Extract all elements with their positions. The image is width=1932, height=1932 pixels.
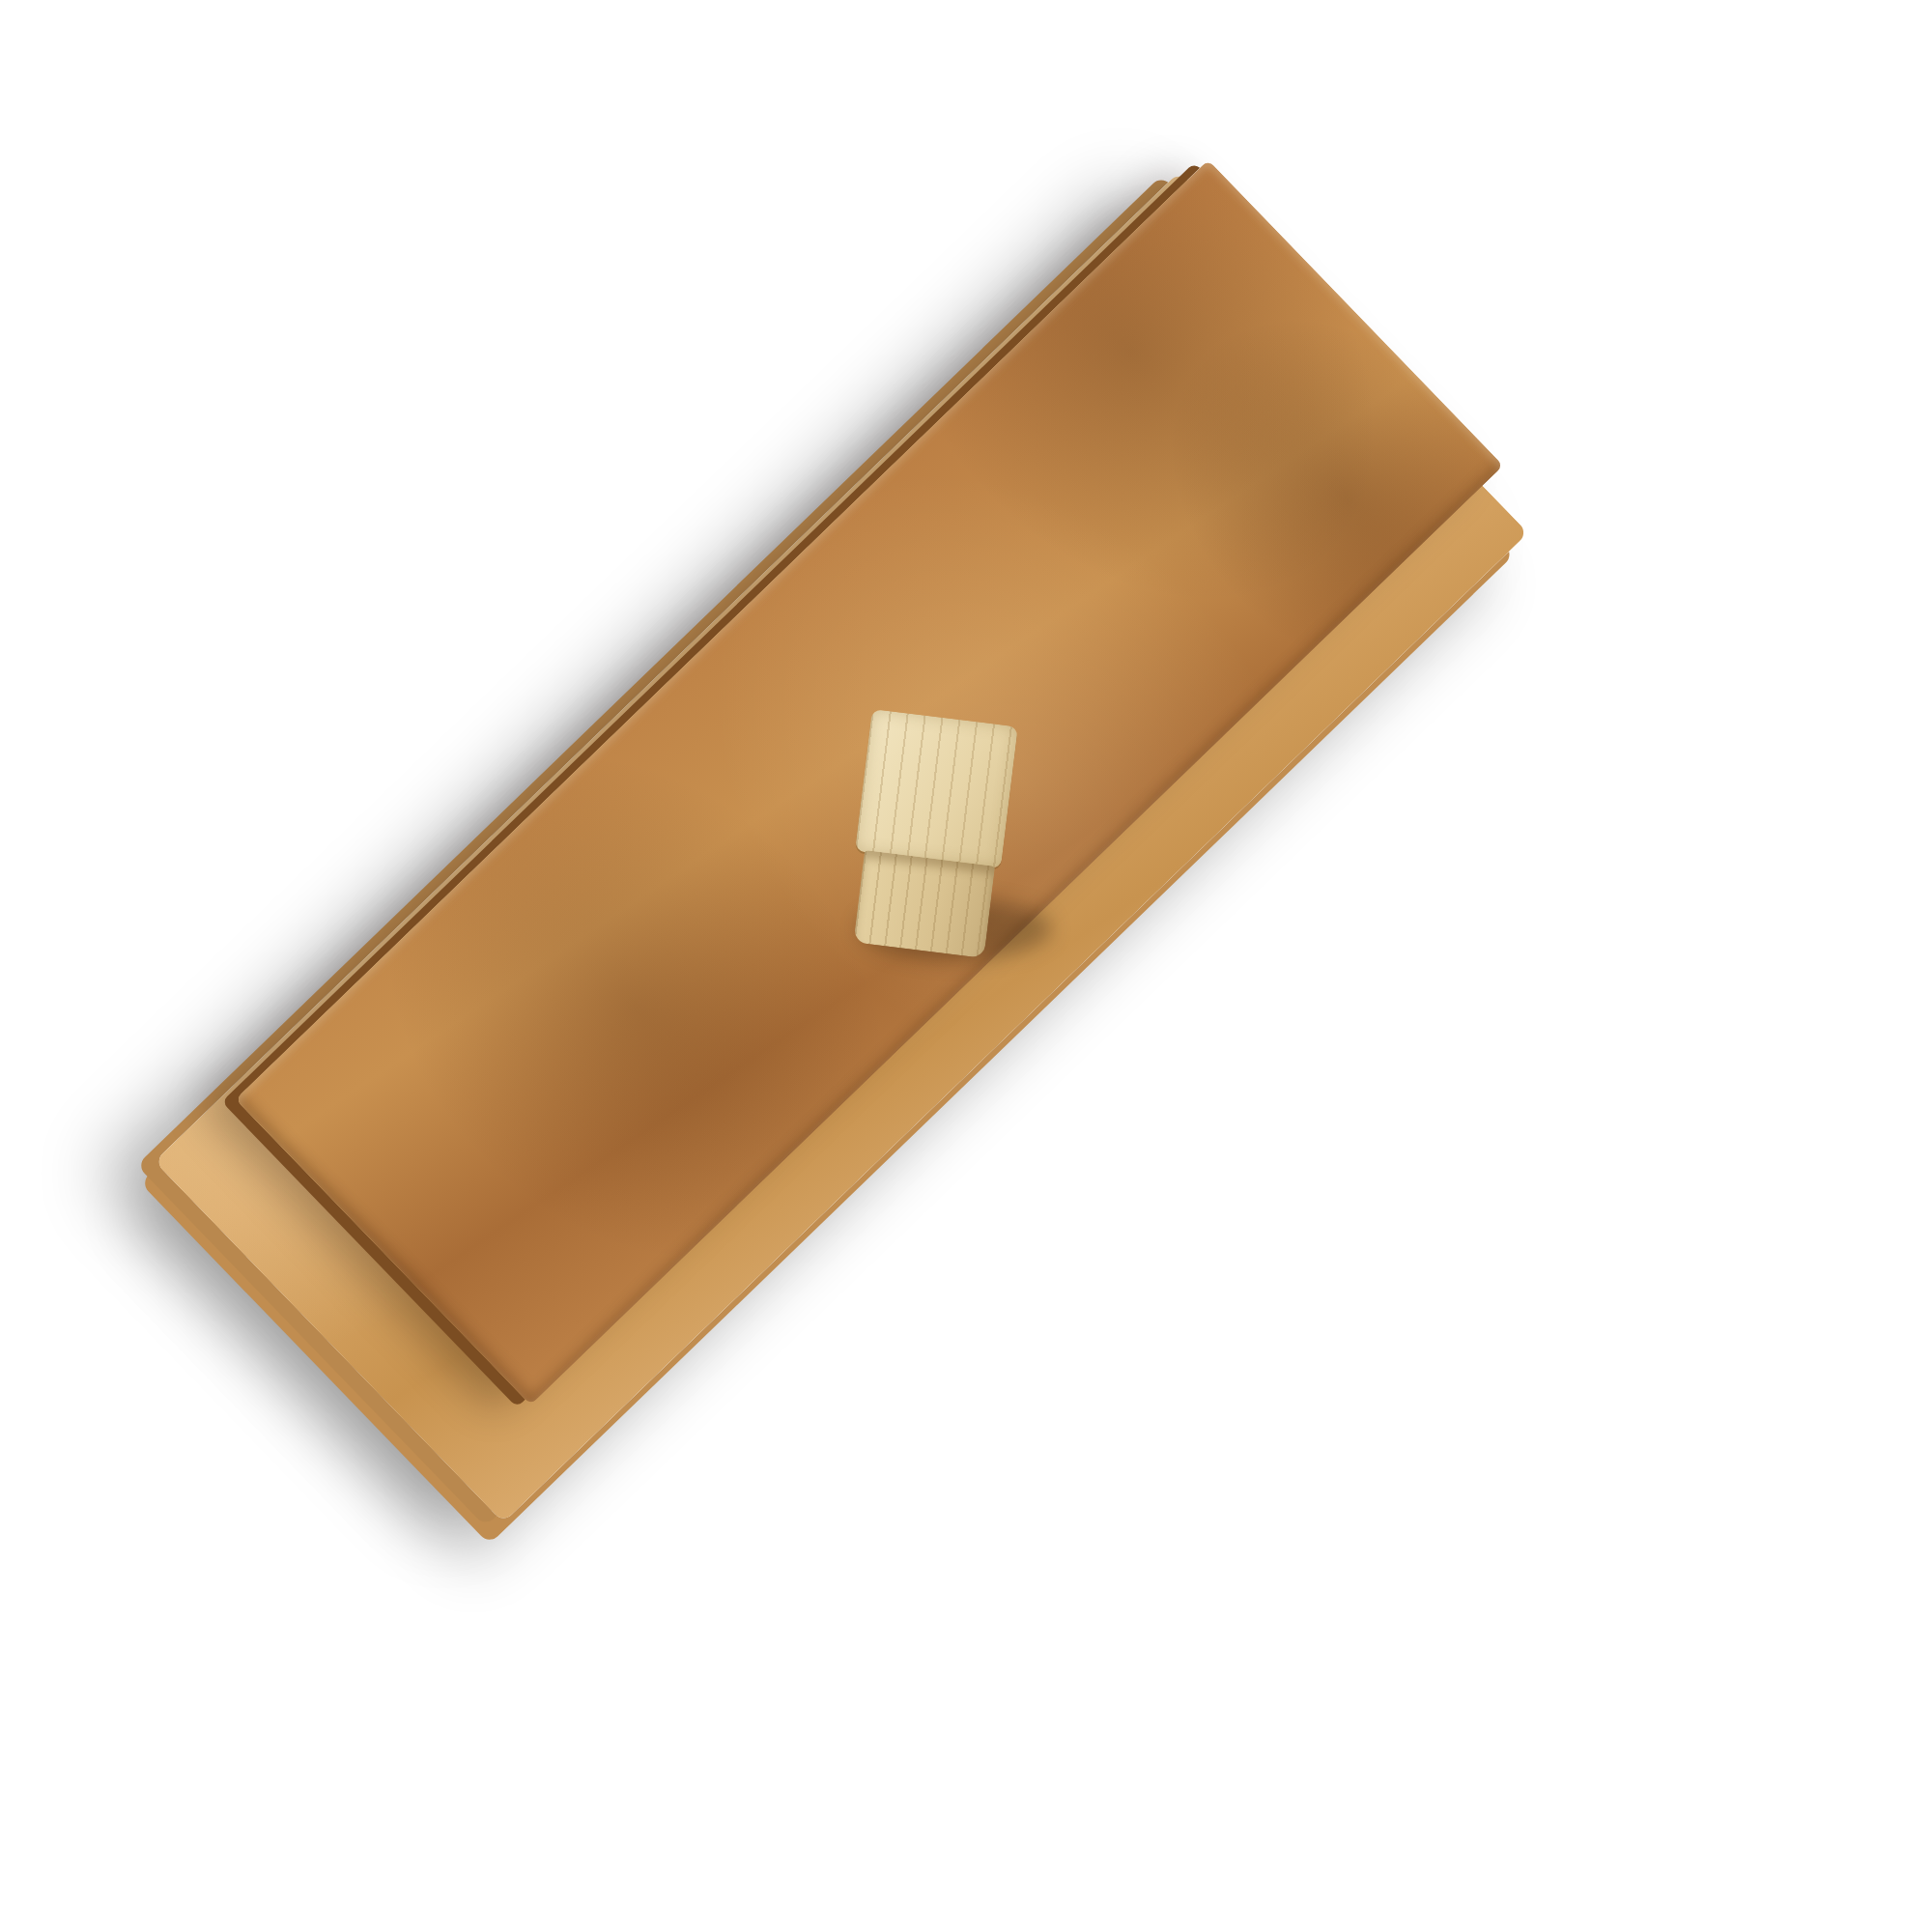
die-top-face <box>855 709 1018 868</box>
die[interactable] <box>872 709 1037 960</box>
scene <box>0 0 1932 1932</box>
die-side-face <box>853 850 995 958</box>
